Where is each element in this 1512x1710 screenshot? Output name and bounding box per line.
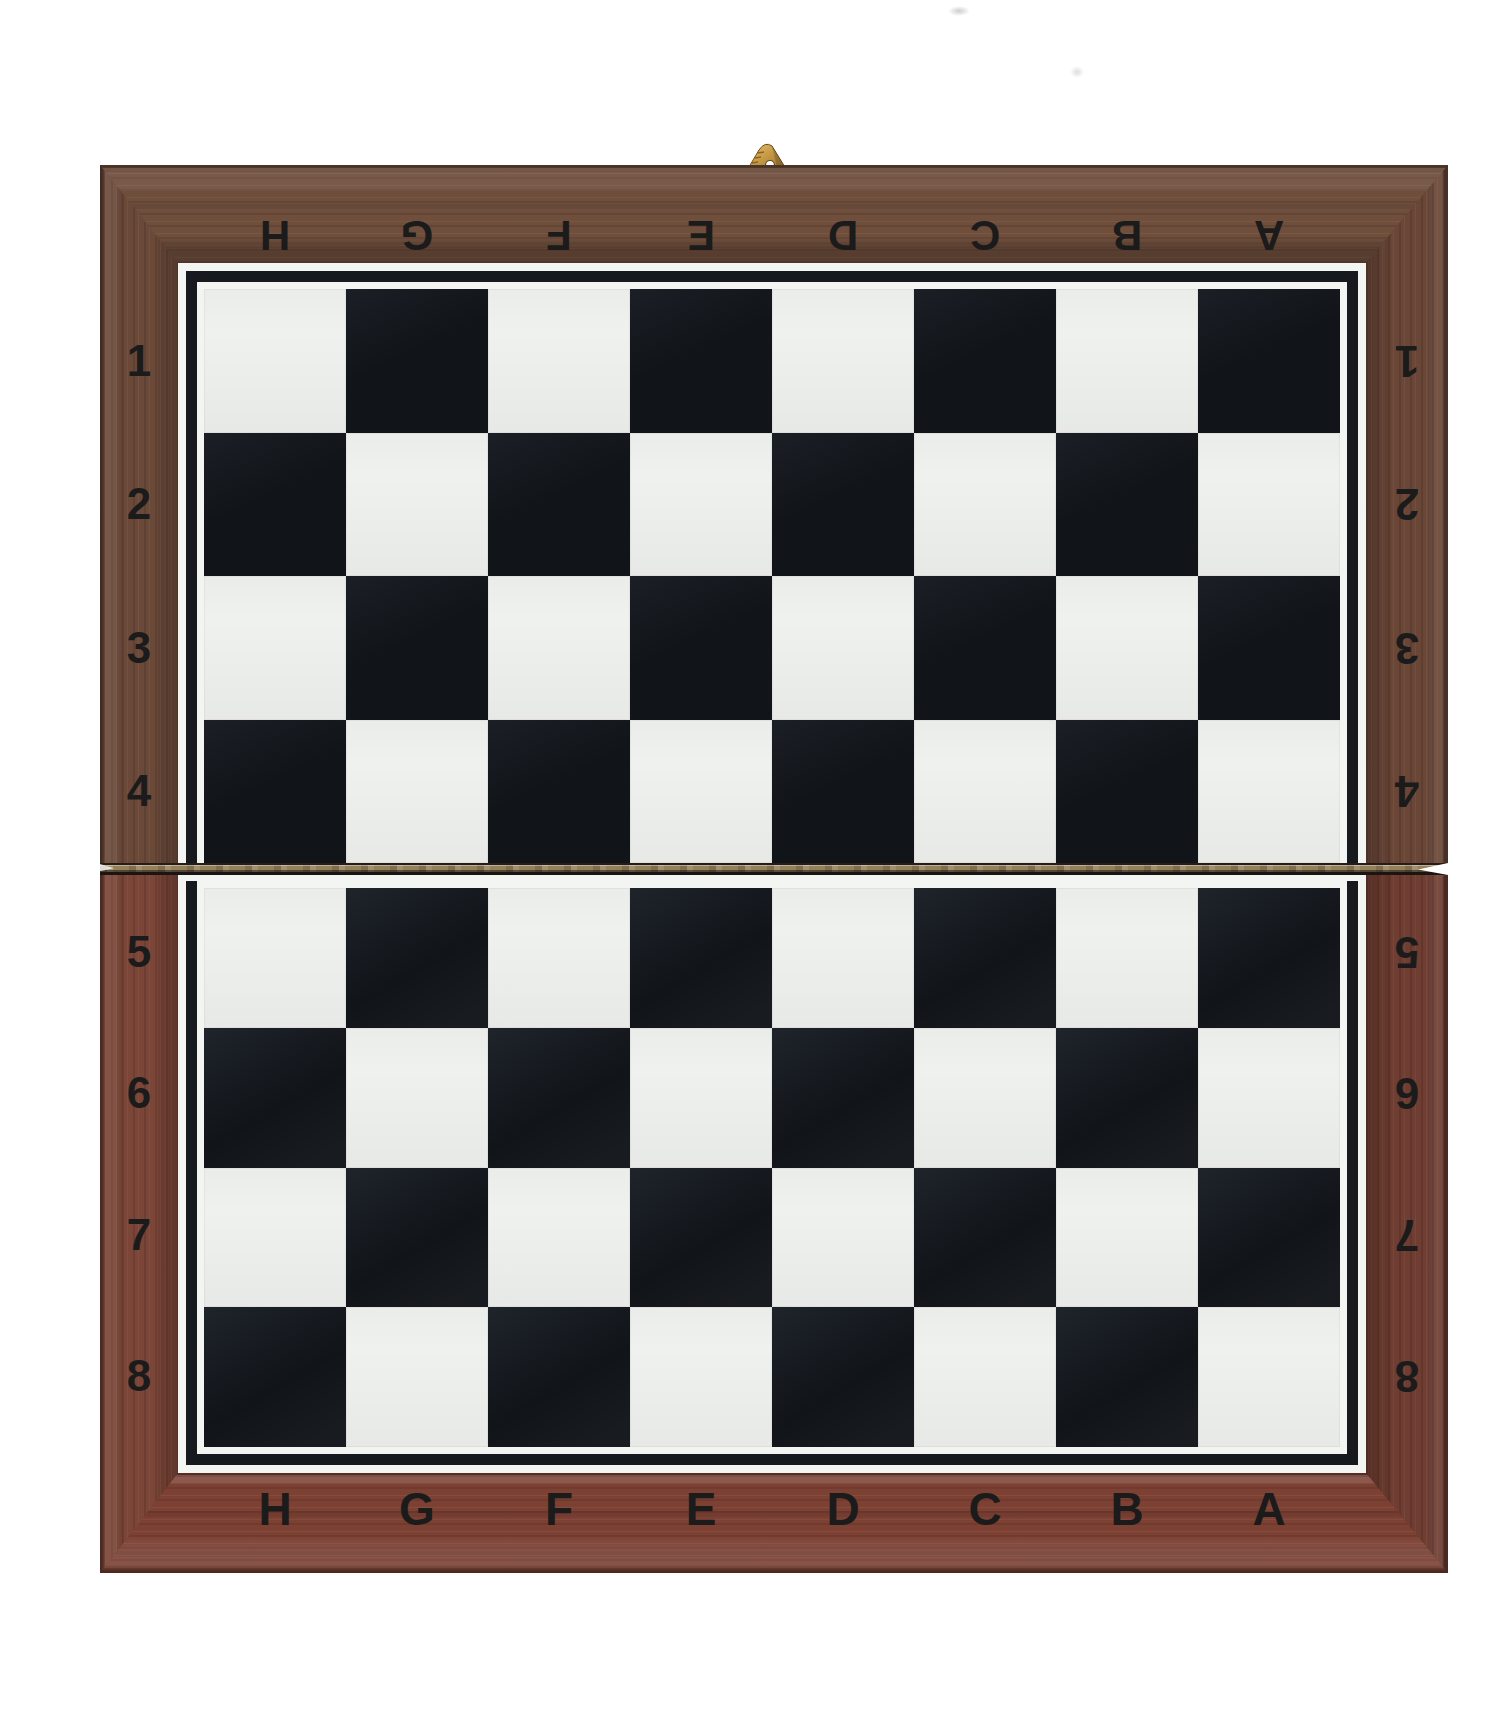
folding-chessboard: HGFEDCBA11223344 HGFEDCBA55667788	[100, 165, 1448, 1573]
square-g8[interactable]	[346, 1307, 488, 1447]
square-b4[interactable]	[1056, 720, 1198, 864]
frame-right-rail-top	[1366, 165, 1448, 863]
square-d2[interactable]	[772, 433, 914, 577]
frame-top-rail	[100, 165, 1448, 263]
square-c8[interactable]	[914, 1307, 1056, 1447]
square-f4[interactable]	[488, 720, 630, 864]
square-d7[interactable]	[772, 1168, 914, 1308]
square-a6[interactable]	[1198, 1028, 1340, 1168]
square-g1[interactable]	[346, 289, 488, 433]
frame-right-rail-bottom	[1366, 875, 1448, 1573]
square-g6[interactable]	[346, 1028, 488, 1168]
square-d8[interactable]	[772, 1307, 914, 1447]
square-c3[interactable]	[914, 576, 1056, 720]
squares-ranks-1-4	[204, 289, 1340, 863]
square-b7[interactable]	[1056, 1168, 1198, 1308]
square-f3[interactable]	[488, 576, 630, 720]
square-f2[interactable]	[488, 433, 630, 577]
fold-seam	[100, 863, 1448, 875]
square-f7[interactable]	[488, 1168, 630, 1308]
square-a4[interactable]	[1198, 720, 1340, 864]
square-a2[interactable]	[1198, 433, 1340, 577]
square-b8[interactable]	[1056, 1307, 1198, 1447]
square-a8[interactable]	[1198, 1307, 1340, 1447]
square-b6[interactable]	[1056, 1028, 1198, 1168]
photo-background: HGFEDCBA11223344 HGFEDCBA55667788	[0, 0, 1512, 1710]
square-e7[interactable]	[630, 1168, 772, 1308]
square-d4[interactable]	[772, 720, 914, 864]
board-bottom-panel: HGFEDCBA55667788	[100, 875, 1448, 1573]
square-e4[interactable]	[630, 720, 772, 864]
square-d3[interactable]	[772, 576, 914, 720]
square-c5[interactable]	[914, 888, 1056, 1028]
frame-left-rail-top	[100, 165, 178, 863]
square-h4[interactable]	[204, 720, 346, 864]
square-g2[interactable]	[346, 433, 488, 577]
square-c2[interactable]	[914, 433, 1056, 577]
square-f8[interactable]	[488, 1307, 630, 1447]
square-c7[interactable]	[914, 1168, 1056, 1308]
dust-speck	[948, 6, 970, 16]
square-d5[interactable]	[772, 888, 914, 1028]
square-h6[interactable]	[204, 1028, 346, 1168]
square-a1[interactable]	[1198, 289, 1340, 433]
square-b2[interactable]	[1056, 433, 1198, 577]
square-f5[interactable]	[488, 888, 630, 1028]
inner-border-top	[186, 271, 1358, 863]
square-e2[interactable]	[630, 433, 772, 577]
square-g4[interactable]	[346, 720, 488, 864]
square-e3[interactable]	[630, 576, 772, 720]
square-h7[interactable]	[204, 1168, 346, 1308]
square-g3[interactable]	[346, 576, 488, 720]
printed-sheet-bottom	[178, 875, 1366, 1473]
squares-ranks-5-8	[204, 888, 1340, 1447]
printed-sheet-top	[178, 263, 1366, 863]
square-e1[interactable]	[630, 289, 772, 433]
inner-border-bottom	[186, 881, 1358, 1465]
frame-bottom-rail	[100, 1473, 1448, 1573]
square-h5[interactable]	[204, 888, 346, 1028]
square-c6[interactable]	[914, 1028, 1056, 1168]
square-b3[interactable]	[1056, 576, 1198, 720]
square-e5[interactable]	[630, 888, 772, 1028]
board-top-panel: HGFEDCBA11223344	[100, 165, 1448, 863]
square-h3[interactable]	[204, 576, 346, 720]
square-c1[interactable]	[914, 289, 1056, 433]
square-c4[interactable]	[914, 720, 1056, 864]
frame-left-rail-bottom	[100, 875, 178, 1573]
dust-speck	[1070, 66, 1084, 78]
square-d1[interactable]	[772, 289, 914, 433]
square-e6[interactable]	[630, 1028, 772, 1168]
square-f6[interactable]	[488, 1028, 630, 1168]
square-h8[interactable]	[204, 1307, 346, 1447]
square-b5[interactable]	[1056, 888, 1198, 1028]
square-g5[interactable]	[346, 888, 488, 1028]
square-a7[interactable]	[1198, 1168, 1340, 1308]
square-a5[interactable]	[1198, 888, 1340, 1028]
square-d6[interactable]	[772, 1028, 914, 1168]
square-a3[interactable]	[1198, 576, 1340, 720]
square-b1[interactable]	[1056, 289, 1198, 433]
square-h2[interactable]	[204, 433, 346, 577]
square-h1[interactable]	[204, 289, 346, 433]
square-f1[interactable]	[488, 289, 630, 433]
square-g7[interactable]	[346, 1168, 488, 1308]
square-e8[interactable]	[630, 1307, 772, 1447]
